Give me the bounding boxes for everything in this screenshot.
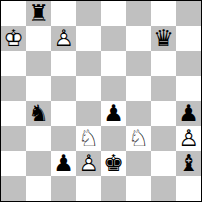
square-h2[interactable]: ♝ [176, 151, 201, 176]
black-piece-glyph: ♝ [176, 151, 201, 176]
white-piece-outline: ♙ [176, 126, 201, 151]
square-b7[interactable] [26, 26, 51, 51]
square-c4[interactable] [51, 101, 76, 126]
chess-board: ♜♚♔♟♙♛♞♟♟♞♘♞♘♟♙♟♟♙♚♝ [0, 0, 202, 202]
black-piece-glyph: ♟ [51, 151, 76, 176]
square-f5[interactable] [126, 76, 151, 101]
white-piece-outline: ♙ [51, 26, 76, 51]
piece-black-king-e2[interactable]: ♚ [101, 151, 126, 176]
black-piece-glyph: ♟ [176, 101, 201, 126]
square-h6[interactable] [176, 51, 201, 76]
square-d1[interactable] [76, 176, 101, 201]
square-f8[interactable] [126, 1, 151, 26]
black-piece-glyph: ♜ [26, 1, 51, 26]
black-piece-glyph: ♟ [101, 101, 126, 126]
chess-diagram: ♜♚♔♟♙♛♞♟♟♞♘♞♘♟♙♟♟♙♚♝ [0, 0, 202, 202]
square-a1[interactable] [1, 176, 26, 201]
square-d5[interactable] [76, 76, 101, 101]
square-e1[interactable] [101, 176, 126, 201]
piece-white-pawn-h3[interactable]: ♟♙ [176, 126, 201, 151]
square-c5[interactable] [51, 76, 76, 101]
square-f2[interactable] [126, 151, 151, 176]
square-c8[interactable] [51, 1, 76, 26]
square-f7[interactable] [126, 26, 151, 51]
black-piece-glyph: ♚ [101, 151, 126, 176]
square-d2[interactable]: ♟♙ [76, 151, 101, 176]
square-g3[interactable] [151, 126, 176, 151]
square-h4[interactable]: ♟ [176, 101, 201, 126]
square-b3[interactable] [26, 126, 51, 151]
square-a5[interactable] [1, 76, 26, 101]
square-a4[interactable] [1, 101, 26, 126]
square-g2[interactable] [151, 151, 176, 176]
piece-black-rook-b8[interactable]: ♜ [26, 1, 51, 26]
square-b4[interactable]: ♞ [26, 101, 51, 126]
square-a8[interactable] [1, 1, 26, 26]
piece-black-pawn-h4[interactable]: ♟ [176, 101, 201, 126]
square-e8[interactable] [101, 1, 126, 26]
square-g8[interactable] [151, 1, 176, 26]
square-a2[interactable] [1, 151, 26, 176]
square-b1[interactable] [26, 176, 51, 201]
square-d6[interactable] [76, 51, 101, 76]
square-c1[interactable] [51, 176, 76, 201]
piece-white-knight-f3[interactable]: ♞♘ [126, 126, 151, 151]
square-a3[interactable] [1, 126, 26, 151]
square-h8[interactable] [176, 1, 201, 26]
square-b5[interactable] [26, 76, 51, 101]
piece-black-pawn-c2[interactable]: ♟ [51, 151, 76, 176]
square-g6[interactable] [151, 51, 176, 76]
white-piece-outline: ♔ [1, 26, 26, 51]
black-piece-glyph: ♛ [151, 26, 176, 51]
square-h7[interactable] [176, 26, 201, 51]
square-b8[interactable]: ♜ [26, 1, 51, 26]
square-e5[interactable] [101, 76, 126, 101]
square-f3[interactable]: ♞♘ [126, 126, 151, 151]
square-d8[interactable] [76, 1, 101, 26]
square-g4[interactable] [151, 101, 176, 126]
piece-white-king-a7[interactable]: ♚♔ [1, 26, 26, 51]
square-b6[interactable] [26, 51, 51, 76]
piece-black-bishop-h2[interactable]: ♝ [176, 151, 201, 176]
piece-white-knight-d3[interactable]: ♞♘ [76, 126, 101, 151]
piece-black-knight-b4[interactable]: ♞ [26, 101, 51, 126]
square-d4[interactable] [76, 101, 101, 126]
square-h1[interactable] [176, 176, 201, 201]
square-e4[interactable]: ♟ [101, 101, 126, 126]
square-e2[interactable]: ♚ [101, 151, 126, 176]
white-piece-outline: ♘ [126, 126, 151, 151]
square-h5[interactable] [176, 76, 201, 101]
square-c6[interactable] [51, 51, 76, 76]
square-d3[interactable]: ♞♘ [76, 126, 101, 151]
square-f4[interactable] [126, 101, 151, 126]
square-e3[interactable] [101, 126, 126, 151]
square-a7[interactable]: ♚♔ [1, 26, 26, 51]
square-e7[interactable] [101, 26, 126, 51]
square-f1[interactable] [126, 176, 151, 201]
square-b2[interactable] [26, 151, 51, 176]
square-g1[interactable] [151, 176, 176, 201]
square-a6[interactable] [1, 51, 26, 76]
white-piece-outline: ♘ [76, 126, 101, 151]
piece-black-pawn-e4[interactable]: ♟ [101, 101, 126, 126]
square-g5[interactable] [151, 76, 176, 101]
square-c3[interactable] [51, 126, 76, 151]
square-e6[interactable] [101, 51, 126, 76]
square-f6[interactable] [126, 51, 151, 76]
square-h3[interactable]: ♟♙ [176, 126, 201, 151]
piece-black-queen-g7[interactable]: ♛ [151, 26, 176, 51]
piece-white-pawn-d2[interactable]: ♟♙ [76, 151, 101, 176]
square-g7[interactable]: ♛ [151, 26, 176, 51]
square-c2[interactable]: ♟ [51, 151, 76, 176]
white-piece-outline: ♙ [76, 151, 101, 176]
piece-white-pawn-c7[interactable]: ♟♙ [51, 26, 76, 51]
black-piece-glyph: ♞ [26, 101, 51, 126]
square-c7[interactable]: ♟♙ [51, 26, 76, 51]
square-d7[interactable] [76, 26, 101, 51]
